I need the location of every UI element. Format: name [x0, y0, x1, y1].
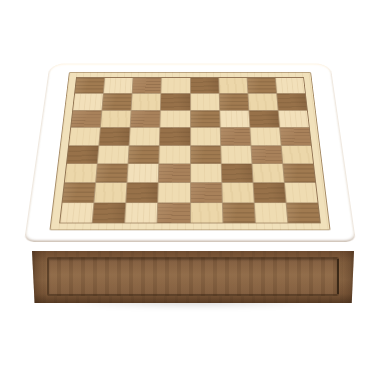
square-b2: [95, 183, 127, 202]
square-c7: [132, 94, 161, 110]
square-c6: [131, 111, 160, 128]
square-b7: [102, 94, 131, 110]
square-f6: [220, 111, 249, 128]
square-b5: [99, 128, 129, 145]
square-g4: [251, 146, 282, 164]
square-a7: [73, 94, 103, 110]
square-c4: [129, 146, 159, 164]
square-d6: [161, 111, 190, 128]
square-h3: [283, 164, 315, 182]
square-g8: [247, 78, 276, 94]
square-e2: [190, 183, 221, 202]
square-h7: [277, 94, 307, 110]
square-e6: [190, 111, 219, 128]
square-f5: [220, 128, 250, 145]
square-h1: [286, 203, 319, 223]
square-a1: [60, 203, 93, 223]
square-c5: [130, 128, 160, 145]
square-a5: [69, 128, 100, 145]
product-photo-stage: [0, 0, 380, 380]
board-border: [49, 72, 330, 230]
square-f8: [219, 78, 247, 94]
square-b3: [96, 164, 128, 182]
square-c8: [133, 78, 161, 94]
square-e3: [190, 164, 220, 182]
drawer-seam: [337, 259, 339, 294]
square-h5: [280, 128, 311, 145]
square-h6: [278, 111, 308, 128]
square-d1: [158, 203, 190, 223]
square-b6: [101, 111, 131, 128]
square-e1: [190, 203, 222, 223]
square-h8: [276, 78, 305, 94]
square-f7: [219, 94, 248, 110]
square-f3: [221, 164, 252, 182]
square-g3: [252, 164, 284, 182]
square-d8: [162, 78, 190, 94]
square-c1: [125, 203, 157, 223]
square-h4: [282, 146, 313, 164]
square-f2: [222, 183, 254, 202]
square-g6: [249, 111, 279, 128]
square-d3: [159, 164, 189, 182]
drawer-front[interactable]: [47, 257, 339, 296]
square-d7: [161, 94, 189, 110]
square-a8: [75, 78, 104, 94]
square-c2: [127, 183, 159, 202]
square-e8: [190, 78, 218, 94]
square-e5: [190, 128, 219, 145]
square-e7: [190, 94, 218, 110]
square-d4: [160, 146, 190, 164]
square-g5: [250, 128, 280, 145]
chess-board: [59, 77, 321, 223]
square-c3: [128, 164, 159, 182]
square-a4: [67, 146, 98, 164]
box-front-face: [32, 251, 354, 303]
square-b4: [98, 146, 129, 164]
square-d5: [160, 128, 189, 145]
square-a6: [71, 111, 101, 128]
square-d2: [159, 183, 190, 202]
square-b1: [93, 203, 126, 223]
square-f1: [222, 203, 254, 223]
square-g7: [248, 94, 277, 110]
square-e4: [190, 146, 220, 164]
square-a3: [65, 164, 97, 182]
box-lid-top: [24, 64, 356, 242]
square-f4: [221, 146, 251, 164]
square-b8: [104, 78, 133, 94]
square-h2: [285, 183, 318, 202]
square-g1: [254, 203, 287, 223]
square-a2: [63, 183, 96, 202]
square-g2: [253, 183, 285, 202]
